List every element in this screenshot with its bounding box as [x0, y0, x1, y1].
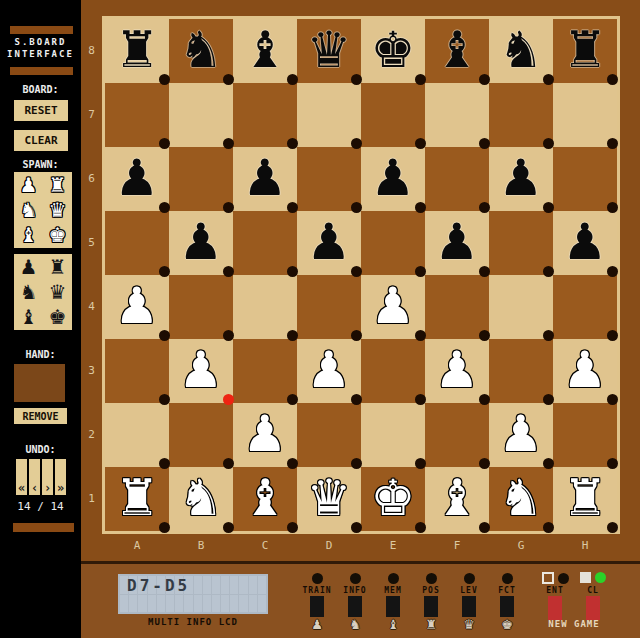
mem-button[interactable]	[386, 596, 400, 617]
square-d4[interactable]	[297, 275, 361, 339]
lcd-cell	[221, 595, 229, 613]
knight-icon: ♞	[337, 617, 373, 632]
file-label-f: F	[425, 534, 489, 558]
spawn-black-knight-button[interactable]: ♞	[14, 279, 43, 304]
ent-black-led-indicator	[558, 573, 569, 584]
square-c4[interactable]	[233, 275, 297, 339]
square-a4[interactable]: ♟	[105, 275, 169, 339]
square-c7[interactable]	[233, 83, 297, 147]
square-led-c1	[287, 522, 298, 533]
cl-green-led-indicator	[595, 572, 606, 583]
cl-button[interactable]	[586, 596, 600, 620]
square-led-b8	[223, 74, 234, 85]
cl-label: CL	[567, 586, 619, 595]
square-led-e2	[415, 458, 426, 469]
square-led-a2	[159, 458, 170, 469]
piece-black-pawn: ♟	[553, 211, 617, 275]
file-label-g: G	[489, 534, 553, 558]
square-e1[interactable]: ♚	[361, 467, 425, 531]
square-f5[interactable]: ♟	[425, 211, 489, 275]
piece-black-pawn: ♟	[425, 211, 489, 275]
spawn-white-rook-button[interactable]: ♜	[43, 172, 72, 197]
square-led-h5	[607, 266, 618, 277]
key-column-mem: MEM♝	[375, 564, 411, 638]
rank-label-1: 1	[81, 467, 102, 531]
square-led-d6	[351, 202, 362, 213]
key-column-pos: POS♜	[413, 564, 449, 638]
key-column-train: TRAIN♟	[299, 564, 335, 638]
piece-black-pawn: ♟	[361, 147, 425, 211]
square-led-h2	[607, 458, 618, 469]
square-g4[interactable]	[489, 275, 553, 339]
square-d2[interactable]	[297, 403, 361, 467]
sidebar-bottom-bar	[13, 523, 74, 532]
pawn-icon: ♟	[299, 617, 335, 632]
spawn-black-pawn-button[interactable]: ♟	[14, 254, 43, 279]
spawn-black-queen-button[interactable]: ♛	[43, 279, 72, 304]
remove-button[interactable]: REMOVE	[14, 408, 67, 424]
square-g7[interactable]	[489, 83, 553, 147]
fct-led	[502, 573, 513, 584]
piece-black-pawn: ♟	[105, 147, 169, 211]
square-led-h4	[607, 330, 618, 341]
square-e4[interactable]: ♟	[361, 275, 425, 339]
pos-led	[426, 573, 437, 584]
multi-info-lcd: D7-D5	[118, 574, 268, 614]
spawn-black-rook-button[interactable]: ♜	[43, 254, 72, 279]
square-led-d4	[351, 330, 362, 341]
spawn-black-panel: ♟♜♞♛♝♚	[14, 254, 72, 330]
square-led-d2	[351, 458, 362, 469]
square-led-h7	[607, 138, 618, 149]
piece-white-pawn: ♟	[105, 275, 169, 339]
piece-white-pawn: ♟	[553, 339, 617, 403]
square-led-c2	[287, 458, 298, 469]
square-led-h1	[607, 522, 618, 533]
pos-button[interactable]	[424, 596, 438, 617]
square-c5[interactable]	[233, 211, 297, 275]
square-b5[interactable]: ♟	[169, 211, 233, 275]
square-led-g5	[543, 266, 554, 277]
lev-led	[464, 573, 475, 584]
square-led-b4	[223, 330, 234, 341]
board-frame: ♜♞♝♛♚♝♞♜♟♟♟♟♟♟♟♟♟♟♟♟♟♟♟♟♜♞♝♛♚♝♞♜ 8765432…	[81, 0, 640, 562]
lcd-cell	[129, 595, 137, 613]
square-a2[interactable]	[105, 403, 169, 467]
square-h7[interactable]	[553, 83, 617, 147]
spawn-white-queen-button[interactable]: ♛	[43, 197, 72, 222]
square-led-b6	[223, 202, 234, 213]
square-led-g1	[543, 522, 554, 533]
piece-white-bishop: ♝	[233, 467, 297, 531]
lcd-cell	[203, 576, 211, 594]
spawn-black-bishop-button[interactable]: ♝	[14, 305, 43, 330]
piece-black-pawn: ♟	[233, 147, 297, 211]
square-led-f4	[479, 330, 490, 341]
square-led-d3	[351, 394, 362, 405]
lcd-cell	[194, 595, 202, 613]
lcd-cell	[184, 595, 192, 613]
square-d6[interactable]	[297, 147, 361, 211]
piece-white-king: ♚	[361, 467, 425, 531]
square-led-f1	[479, 522, 490, 533]
square-led-c4	[287, 330, 298, 341]
square-led-e5	[415, 266, 426, 277]
square-e8[interactable]: ♚	[361, 19, 425, 83]
square-f6[interactable]	[425, 147, 489, 211]
lcd-cell	[239, 595, 247, 613]
lcd-cell	[249, 576, 257, 594]
control-panel: D7-D5 MULTI INFO LCD TRAIN♟INFO♞MEM♝POS♜…	[81, 564, 640, 638]
square-c8[interactable]: ♝	[233, 19, 297, 83]
rank-label-8: 8	[81, 19, 102, 83]
square-f4[interactable]	[425, 275, 489, 339]
hand-section-label: HAND:	[0, 349, 81, 360]
square-led-g6	[543, 202, 554, 213]
key-column-lev: LEV♛	[451, 564, 487, 638]
title-bar-bottom	[10, 67, 73, 75]
lcd-cell	[221, 576, 229, 594]
piece-white-pawn: ♟	[425, 339, 489, 403]
square-d5[interactable]: ♟	[297, 211, 361, 275]
square-led-b5	[223, 266, 234, 277]
lcd-cell	[230, 576, 238, 594]
square-h6[interactable]	[553, 147, 617, 211]
ent-button[interactable]	[548, 596, 562, 620]
square-a5[interactable]	[105, 211, 169, 275]
square-h5[interactable]: ♟	[553, 211, 617, 275]
square-led-f3	[479, 394, 490, 405]
piece-white-knight: ♞	[489, 467, 553, 531]
square-led-e8	[415, 74, 426, 85]
square-a1[interactable]: ♜	[105, 467, 169, 531]
lcd-cell	[166, 595, 174, 613]
square-g6[interactable]: ♟	[489, 147, 553, 211]
piece-black-knight: ♞	[489, 19, 553, 83]
cl-filled-square-indicator	[580, 572, 591, 583]
square-e5[interactable]	[361, 211, 425, 275]
piece-white-pawn: ♟	[169, 339, 233, 403]
undo-section-label: UNDO:	[0, 444, 81, 455]
square-led-g3	[543, 394, 554, 405]
undo-back-button[interactable]: ‹	[29, 459, 40, 495]
piece-black-bishop: ♝	[233, 19, 297, 83]
square-led-f5	[479, 266, 490, 277]
lcd-cell	[138, 595, 146, 613]
square-f8[interactable]: ♝	[425, 19, 489, 83]
piece-white-rook: ♜	[553, 467, 617, 531]
square-a6[interactable]: ♟	[105, 147, 169, 211]
square-led-a1	[159, 522, 170, 533]
piece-white-pawn: ♟	[297, 339, 361, 403]
square-led-c8	[287, 74, 298, 85]
square-led-a8	[159, 74, 170, 85]
square-h4[interactable]	[553, 275, 617, 339]
key-column-info: INFO♞	[337, 564, 373, 638]
square-led-f7	[479, 138, 490, 149]
ent-outline-square-indicator	[542, 572, 554, 584]
spawn-white-bishop-button[interactable]: ♝	[14, 223, 43, 248]
square-e6[interactable]: ♟	[361, 147, 425, 211]
square-led-b2	[223, 458, 234, 469]
train-led	[312, 573, 323, 584]
train-button[interactable]	[310, 596, 324, 617]
fct-button[interactable]	[500, 596, 514, 617]
file-label-h: H	[553, 534, 617, 558]
spawn-white-knight-button[interactable]: ♞	[14, 197, 43, 222]
lcd-cell	[157, 595, 165, 613]
square-g1[interactable]: ♞	[489, 467, 553, 531]
lcd-cell	[175, 595, 183, 613]
square-c3[interactable]	[233, 339, 297, 403]
lcd-cell	[230, 595, 238, 613]
clear-button[interactable]: CLEAR	[14, 130, 68, 151]
lcd-cell	[203, 595, 211, 613]
square-b3[interactable]: ♟	[169, 339, 233, 403]
rank-label-4: 4	[81, 275, 102, 339]
app-title-line1: S.BOARD	[0, 37, 81, 47]
square-c2[interactable]: ♟	[233, 403, 297, 467]
lev-button[interactable]	[462, 596, 476, 617]
square-b7[interactable]	[169, 83, 233, 147]
file-label-c: C	[233, 534, 297, 558]
piece-white-queen: ♛	[297, 467, 361, 531]
rook-icon: ♜	[413, 617, 449, 632]
square-e3[interactable]	[361, 339, 425, 403]
square-led-f6	[479, 202, 490, 213]
piece-white-pawn: ♟	[361, 275, 425, 339]
square-d3[interactable]: ♟	[297, 339, 361, 403]
square-led-c6	[287, 202, 298, 213]
square-led-d8	[351, 74, 362, 85]
undo-controls: « ‹ › »	[16, 459, 66, 495]
square-led-a7	[159, 138, 170, 149]
square-g5[interactable]	[489, 211, 553, 275]
square-b6[interactable]	[169, 147, 233, 211]
lcd-cell	[249, 595, 257, 613]
square-g3[interactable]	[489, 339, 553, 403]
square-d1[interactable]: ♛	[297, 467, 361, 531]
square-h3[interactable]: ♟	[553, 339, 617, 403]
square-c1[interactable]: ♝	[233, 467, 297, 531]
rank-label-3: 3	[81, 339, 102, 403]
square-led-c7	[287, 138, 298, 149]
piece-white-pawn: ♟	[489, 403, 553, 467]
square-led-g8	[543, 74, 554, 85]
square-h2[interactable]	[553, 403, 617, 467]
square-led-h6	[607, 202, 618, 213]
file-label-a: A	[105, 534, 169, 558]
square-led-e6	[415, 202, 426, 213]
square-b2[interactable]	[169, 403, 233, 467]
square-a7[interactable]	[105, 83, 169, 147]
square-g2[interactable]: ♟	[489, 403, 553, 467]
piece-black-knight: ♞	[169, 19, 233, 83]
square-led-b1	[223, 522, 234, 533]
piece-black-bishop: ♝	[425, 19, 489, 83]
piece-white-bishop: ♝	[425, 467, 489, 531]
hand-slot[interactable]	[14, 364, 65, 402]
undo-forward-button[interactable]: ›	[42, 459, 53, 495]
lcd-cell	[148, 595, 156, 613]
square-b8[interactable]: ♞	[169, 19, 233, 83]
square-led-h8	[607, 74, 618, 85]
square-led-d5	[351, 266, 362, 277]
square-led-f2	[479, 458, 490, 469]
info-led	[350, 573, 361, 584]
square-led-b7	[223, 138, 234, 149]
fct-label: FCT	[481, 586, 533, 595]
undo-first-button[interactable]: «	[16, 459, 27, 495]
file-label-d: D	[297, 534, 361, 558]
square-f3[interactable]: ♟	[425, 339, 489, 403]
piece-white-rook: ♜	[105, 467, 169, 531]
square-b4[interactable]	[169, 275, 233, 339]
piece-black-rook: ♜	[105, 19, 169, 83]
square-f2[interactable]	[425, 403, 489, 467]
square-led-e7	[415, 138, 426, 149]
square-led-c3	[287, 394, 298, 405]
piece-black-rook: ♜	[553, 19, 617, 83]
spawn-white-pawn-button[interactable]: ♟	[14, 172, 43, 197]
square-led-a6	[159, 202, 170, 213]
square-e2[interactable]	[361, 403, 425, 467]
square-led-a4	[159, 330, 170, 341]
lcd-cell	[194, 576, 202, 594]
lcd-cell	[212, 595, 220, 613]
rank-label-2: 2	[81, 403, 102, 467]
square-a8[interactable]: ♜	[105, 19, 169, 83]
reset-button[interactable]: RESET	[14, 100, 68, 121]
spawn-white-panel: ♟♜♞♛♝♚	[14, 172, 72, 248]
square-b1[interactable]: ♞	[169, 467, 233, 531]
square-led-a3	[159, 394, 170, 405]
square-led-e3	[415, 394, 426, 405]
square-g8[interactable]: ♞	[489, 19, 553, 83]
new-game-label: NEW GAME	[504, 619, 640, 629]
lcd-text: D7-D5	[127, 576, 190, 595]
info-button[interactable]	[348, 596, 362, 617]
square-c6[interactable]: ♟	[233, 147, 297, 211]
square-led-g7	[543, 138, 554, 149]
queen-icon: ♛	[451, 617, 487, 632]
piece-white-knight: ♞	[169, 467, 233, 531]
board-section-label: BOARD:	[0, 84, 81, 95]
piece-black-queen: ♛	[297, 19, 361, 83]
smart-board-app: S.BOARD INTERFACE BOARD: RESET CLEAR SPA…	[0, 0, 640, 638]
bishop-icon: ♝	[375, 617, 411, 632]
rank-label-5: 5	[81, 211, 102, 275]
piece-black-pawn: ♟	[169, 211, 233, 275]
square-d8[interactable]: ♛	[297, 19, 361, 83]
file-label-e: E	[361, 534, 425, 558]
square-led-g4	[543, 330, 554, 341]
square-h8[interactable]: ♜	[553, 19, 617, 83]
piece-black-king: ♚	[361, 19, 425, 83]
title-bar-top	[10, 26, 73, 34]
app-title-line2: INTERFACE	[0, 49, 81, 59]
square-led-e1	[415, 522, 426, 533]
lcd-cell	[120, 595, 128, 613]
cl-indicators	[569, 572, 617, 583]
lcd-cell	[258, 576, 266, 594]
square-led-d1	[351, 522, 362, 533]
piece-black-pawn: ♟	[297, 211, 361, 275]
square-led-e4	[415, 330, 426, 341]
sidebar: S.BOARD INTERFACE BOARD: RESET CLEAR SPA…	[0, 0, 81, 638]
chess-board: ♜♞♝♛♚♝♞♜♟♟♟♟♟♟♟♟♟♟♟♟♟♟♟♟♜♞♝♛♚♝♞♜	[102, 16, 620, 534]
mem-led	[388, 573, 399, 584]
square-led-active-b3	[223, 394, 234, 405]
file-label-b: B	[169, 534, 233, 558]
undo-counter: 14 / 14	[0, 500, 81, 513]
spawn-black-king-button[interactable]: ♚	[43, 305, 72, 330]
lcd-cell	[239, 576, 247, 594]
square-a3[interactable]	[105, 339, 169, 403]
square-led-g2	[543, 458, 554, 469]
rank-label-6: 6	[81, 147, 102, 211]
lcd-cell	[212, 576, 220, 594]
square-d7[interactable]	[297, 83, 361, 147]
square-f7[interactable]	[425, 83, 489, 147]
square-led-f8	[479, 74, 490, 85]
square-led-h3	[607, 394, 618, 405]
lcd-label: MULTI INFO LCD	[118, 617, 268, 627]
square-led-c5	[287, 266, 298, 277]
square-h1[interactable]: ♜	[553, 467, 617, 531]
undo-last-button[interactable]: »	[55, 459, 66, 495]
rank-label-7: 7	[81, 83, 102, 147]
square-f1[interactable]: ♝	[425, 467, 489, 531]
lcd-cell	[258, 595, 266, 613]
spawn-white-king-button[interactable]: ♚	[43, 223, 72, 248]
piece-white-pawn: ♟	[233, 403, 297, 467]
spawn-section-label: SPAWN:	[0, 159, 81, 170]
piece-black-pawn: ♟	[489, 147, 553, 211]
square-led-a5	[159, 266, 170, 277]
square-e7[interactable]	[361, 83, 425, 147]
square-led-d7	[351, 138, 362, 149]
